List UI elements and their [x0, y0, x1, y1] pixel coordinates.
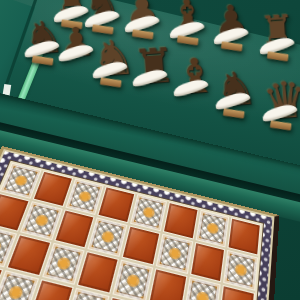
piece-base	[267, 51, 289, 61]
board-square[interactable]	[189, 242, 225, 282]
board-square[interactable]	[163, 202, 199, 239]
piece-base	[32, 56, 54, 66]
stored-piece-pawn[interactable]: ♟	[57, 21, 95, 75]
chess-case-photo: ♜ ♞ ♟ ♝ ♟ ♜ ♞ ♟ ♞ ♜ ♝ ♞	[0, 0, 300, 300]
board-square[interactable]	[195, 210, 229, 248]
board-square[interactable]	[130, 194, 167, 231]
piece-base	[223, 109, 245, 119]
board-square[interactable]	[122, 225, 161, 265]
board-square[interactable]	[156, 234, 193, 274]
piece-base	[177, 35, 199, 45]
board-square[interactable]	[77, 251, 119, 294]
stored-piece-queen[interactable]: ♛	[261, 75, 299, 139]
stored-piece-pawn[interactable]: ♟	[212, 0, 248, 57]
board-square[interactable]	[112, 259, 153, 300]
board-square[interactable]	[228, 218, 261, 256]
board-square[interactable]	[97, 186, 135, 223]
stored-piece-rook[interactable]: ♜	[131, 41, 169, 103]
stored-piece-knight[interactable]: ♞	[23, 15, 61, 73]
stored-piece-bishop[interactable]: ♝	[172, 51, 210, 113]
stored-piece-rook[interactable]: ♜	[258, 9, 294, 67]
stored-piece-knight[interactable]: ♞	[214, 65, 252, 125]
stored-piece-knight[interactable]: ♞	[91, 33, 129, 95]
board-square[interactable]	[223, 250, 258, 291]
board-square[interactable]	[148, 268, 187, 300]
board-square[interactable]	[88, 217, 128, 256]
piece-base	[221, 41, 243, 51]
